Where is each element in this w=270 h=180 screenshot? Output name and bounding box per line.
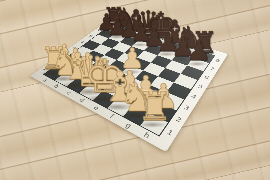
pieces-layer: ♜♞♝♛♚♝♞♜♟♟♟♟♟♟♟♟♟♟♟♟♟♟♟♟♜♞♝♛♚♝♞♜ — [0, 0, 270, 180]
piece-white-rook-h1[interactable]: ♜ — [137, 86, 172, 125]
piece-black-pawn-h7[interactable]: ♟ — [186, 37, 211, 65]
chess-photo-stage: abcdefgh abcdefgh 87654321 87654321 ♜♞♝♛… — [0, 0, 270, 180]
